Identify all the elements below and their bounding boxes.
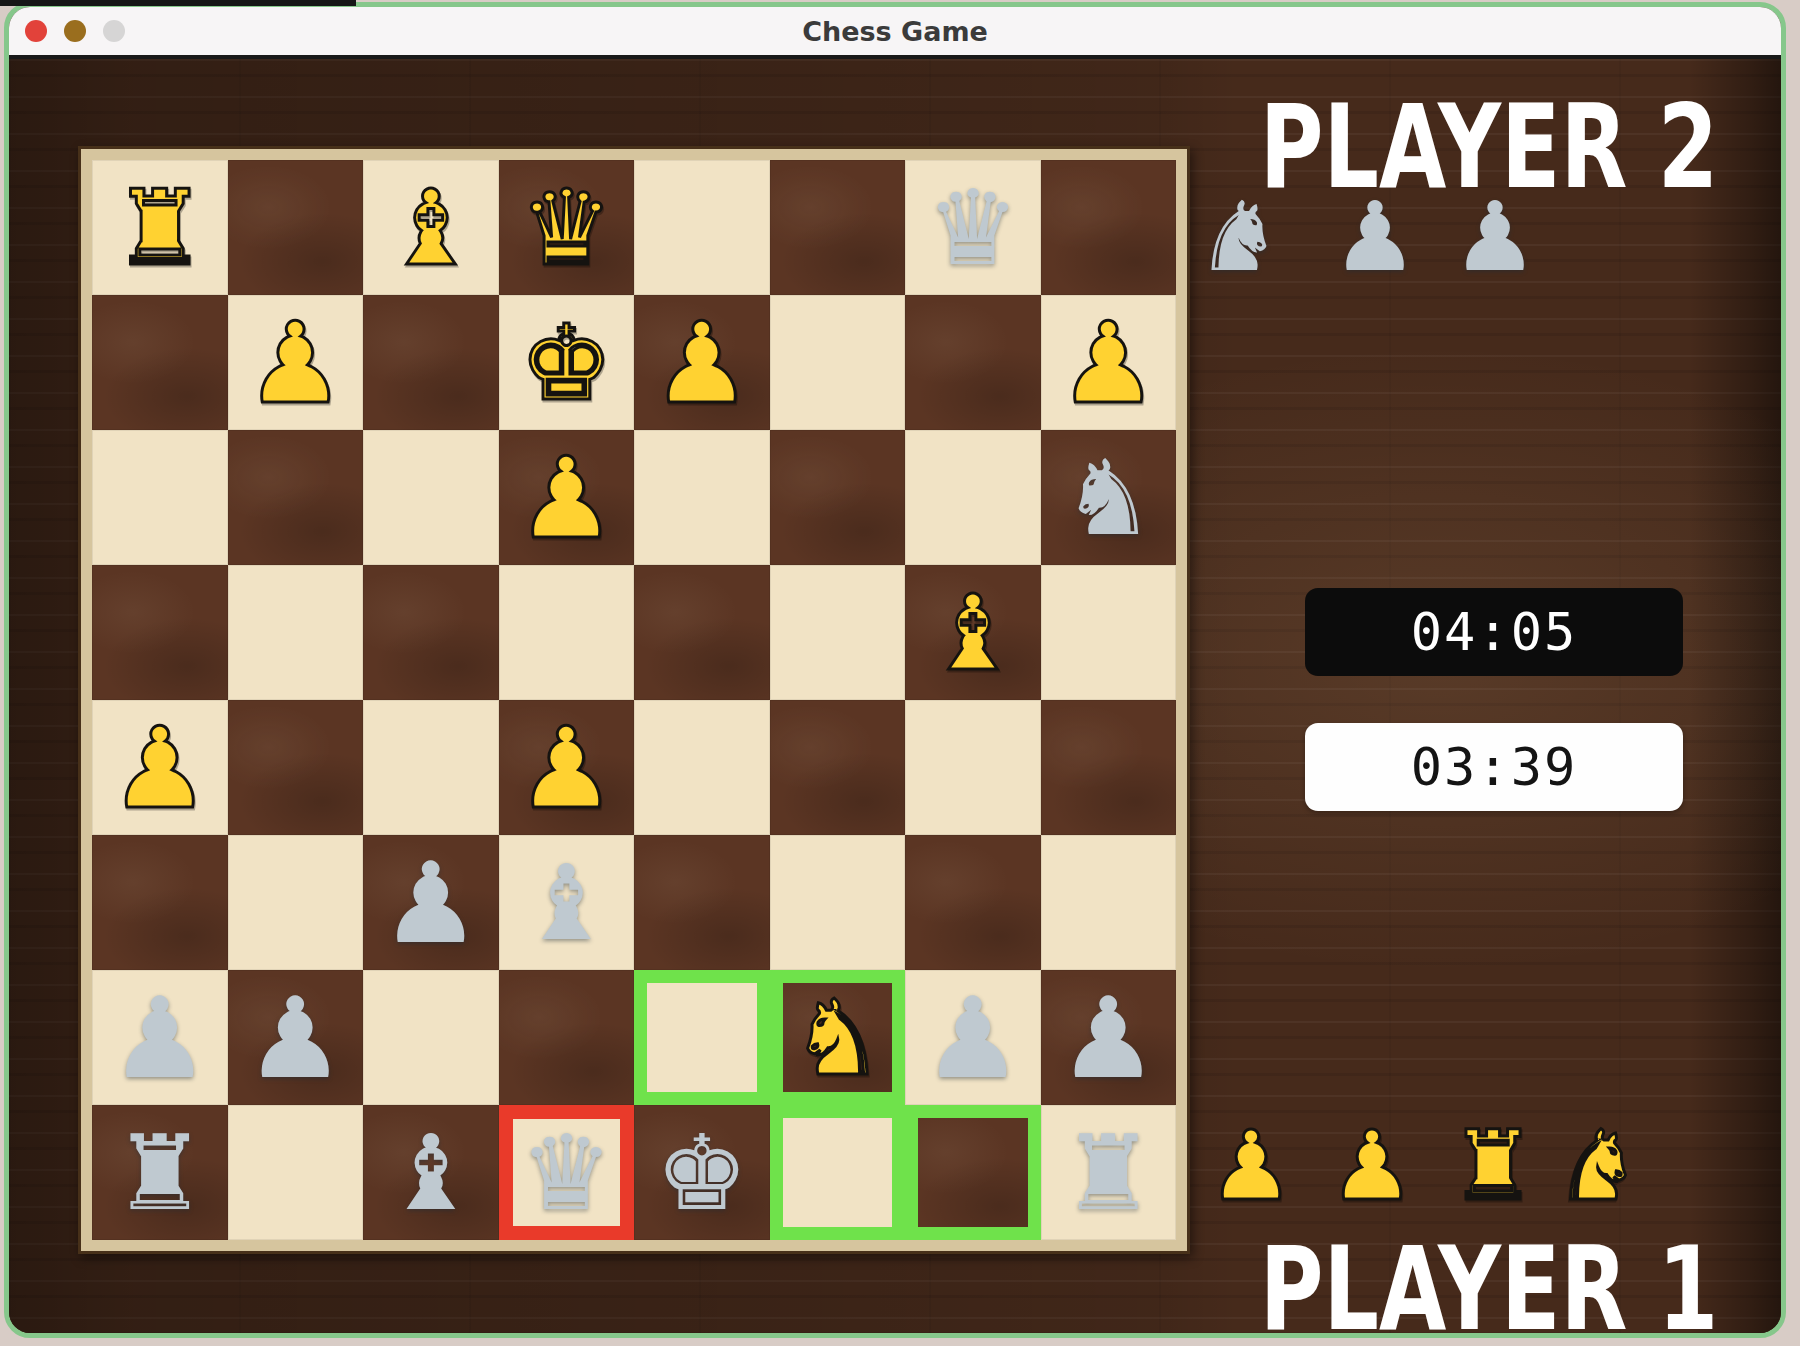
square-g7[interactable] <box>905 295 1041 430</box>
piece-yellow-bishop-g5[interactable]: ♝ <box>926 581 1019 685</box>
square-g4[interactable] <box>905 700 1041 835</box>
player1-clock: 03:39 <box>1305 723 1683 811</box>
piece-yellow-pawn-b7[interactable]: ♟︎ <box>245 307 345 419</box>
piece-gray-pawn-b2[interactable]: ♟︎ <box>245 982 345 1094</box>
square-c8[interactable]: ♝ <box>363 160 499 295</box>
square-f5[interactable] <box>770 565 906 700</box>
traffic-light-buttons <box>25 20 125 42</box>
player1-label: PLAYER 1 <box>1234 1231 1744 1338</box>
captured-yellow-rook: ♜ <box>1450 1118 1520 1214</box>
square-g5[interactable]: ♝ <box>905 565 1041 700</box>
piece-gray-queen-d1[interactable]: ♛ <box>520 1121 613 1225</box>
player1-clock-time: 03:39 <box>1411 737 1578 797</box>
square-h5[interactable] <box>1041 565 1177 700</box>
square-b1[interactable] <box>228 1105 364 1240</box>
square-d3[interactable]: ♝ <box>499 835 635 970</box>
game-area: ♜♝♛♛♟︎♚♟︎♟︎♟︎♞♝♟︎♟︎♟︎♝♟︎♟︎♞♟︎♟︎♜♝♛♚♜ PLA… <box>9 59 1781 1338</box>
square-e1[interactable]: ♚ <box>634 1105 770 1240</box>
square-c3[interactable]: ♟︎ <box>363 835 499 970</box>
piece-yellow-pawn-d4[interactable]: ♟︎ <box>516 712 616 824</box>
square-f6[interactable] <box>770 430 906 565</box>
square-g8[interactable]: ♛ <box>905 160 1041 295</box>
piece-gray-knight-h6[interactable]: ♞ <box>1062 446 1155 550</box>
square-h1[interactable]: ♜ <box>1041 1105 1177 1240</box>
square-h2[interactable]: ♟︎ <box>1041 970 1177 1105</box>
captured-gray-pawn: ♟︎ <box>1452 189 1522 285</box>
piece-gray-pawn-a2[interactable]: ♟︎ <box>110 982 210 1094</box>
square-d4[interactable]: ♟︎ <box>499 700 635 835</box>
square-c7[interactable] <box>363 295 499 430</box>
square-h6[interactable]: ♞ <box>1041 430 1177 565</box>
square-f3[interactable] <box>770 835 906 970</box>
piece-yellow-king-d7[interactable]: ♚ <box>520 311 613 415</box>
square-d6[interactable]: ♟︎ <box>499 430 635 565</box>
player2-clock-time: 04:05 <box>1411 602 1578 662</box>
square-h7[interactable]: ♟︎ <box>1041 295 1177 430</box>
piece-yellow-pawn-a4[interactable]: ♟︎ <box>110 712 210 824</box>
square-e8[interactable] <box>634 160 770 295</box>
square-g1[interactable] <box>905 1105 1041 1240</box>
square-f1[interactable] <box>770 1105 906 1240</box>
square-g6[interactable] <box>905 430 1041 565</box>
square-d7[interactable]: ♚ <box>499 295 635 430</box>
captured-yellow-knight: ♞ <box>1571 1118 1641 1214</box>
captured-pieces-player2: ♞♟︎♟︎ <box>1212 189 1522 285</box>
square-c6[interactable] <box>363 430 499 565</box>
square-e2[interactable] <box>634 970 770 1105</box>
player2-clock: 04:05 <box>1305 588 1683 676</box>
square-b5[interactable] <box>228 565 364 700</box>
piece-yellow-pawn-h7[interactable]: ♟︎ <box>1058 307 1158 419</box>
window-title: Chess Game <box>9 16 1781 47</box>
square-a1[interactable]: ♜ <box>92 1105 228 1240</box>
chess-game-window: Chess Game ♜♝♛♛♟︎♚♟︎♟︎♟︎♞♝♟︎♟︎♟︎♝♟︎♟︎♞♟︎… <box>4 2 1786 1338</box>
square-c2[interactable] <box>363 970 499 1105</box>
piece-gray-bishop-d3[interactable]: ♝ <box>520 851 613 955</box>
square-c1[interactable]: ♝ <box>363 1105 499 1240</box>
square-a6[interactable] <box>92 430 228 565</box>
square-d5[interactable] <box>499 565 635 700</box>
piece-gray-pawn-c3[interactable]: ♟︎ <box>381 847 481 959</box>
zoom-button[interactable] <box>103 20 125 42</box>
captured-yellow-pawn: ♟︎ <box>1329 1118 1399 1214</box>
square-a3[interactable] <box>92 835 228 970</box>
square-d1[interactable]: ♛ <box>499 1105 635 1240</box>
minimize-button[interactable] <box>64 20 86 42</box>
piece-yellow-bishop-c8[interactable]: ♝ <box>384 176 477 280</box>
piece-gray-bishop-c1[interactable]: ♝ <box>384 1121 477 1225</box>
square-b2[interactable]: ♟︎ <box>228 970 364 1105</box>
captured-pieces-player1: ♟︎♟︎♜♞ <box>1208 1118 1641 1214</box>
square-c5[interactable] <box>363 565 499 700</box>
square-g3[interactable] <box>905 835 1041 970</box>
square-a2[interactable]: ♟︎ <box>92 970 228 1105</box>
square-a7[interactable] <box>92 295 228 430</box>
captured-yellow-pawn: ♟︎ <box>1208 1118 1278 1214</box>
piece-gray-rook-a1[interactable]: ♜ <box>113 1121 206 1225</box>
square-e3[interactable] <box>634 835 770 970</box>
square-b6[interactable] <box>228 430 364 565</box>
square-f8[interactable] <box>770 160 906 295</box>
square-b3[interactable] <box>228 835 364 970</box>
piece-gray-queen-g8[interactable]: ♛ <box>926 176 1019 280</box>
square-b4[interactable] <box>228 700 364 835</box>
square-f7[interactable] <box>770 295 906 430</box>
close-button[interactable] <box>25 20 47 42</box>
square-a8[interactable]: ♜ <box>92 160 228 295</box>
square-a4[interactable]: ♟︎ <box>92 700 228 835</box>
square-h3[interactable] <box>1041 835 1177 970</box>
square-e7[interactable]: ♟︎ <box>634 295 770 430</box>
square-e5[interactable] <box>634 565 770 700</box>
piece-yellow-pawn-e7[interactable]: ♟︎ <box>652 307 752 419</box>
piece-yellow-rook-a8[interactable]: ♜ <box>113 176 206 280</box>
square-b7[interactable]: ♟︎ <box>228 295 364 430</box>
square-d8[interactable]: ♛ <box>499 160 635 295</box>
square-h8[interactable] <box>1041 160 1177 295</box>
square-d2[interactable] <box>499 970 635 1105</box>
square-f4[interactable] <box>770 700 906 835</box>
screen-edge-strip <box>0 0 356 6</box>
square-c4[interactable] <box>363 700 499 835</box>
piece-gray-rook-h1[interactable]: ♜ <box>1062 1121 1155 1225</box>
title-bar: Chess Game <box>9 7 1781 55</box>
square-a5[interactable] <box>92 565 228 700</box>
square-e6[interactable] <box>634 430 770 565</box>
piece-gray-king-e1[interactable]: ♚ <box>655 1121 748 1225</box>
square-b8[interactable] <box>228 160 364 295</box>
piece-yellow-knight-f2[interactable]: ♞ <box>791 986 884 1090</box>
chess-board[interactable]: ♜♝♛♛♟︎♚♟︎♟︎♟︎♞♝♟︎♟︎♟︎♝♟︎♟︎♞♟︎♟︎♜♝♛♚♜ <box>92 160 1176 1240</box>
captured-gray-pawn: ♟︎ <box>1332 189 1402 285</box>
piece-gray-pawn-h2[interactable]: ♟︎ <box>1058 982 1158 1094</box>
captured-gray-knight: ♞ <box>1212 189 1282 285</box>
piece-yellow-queen-d8[interactable]: ♛ <box>520 176 613 280</box>
piece-yellow-pawn-d6[interactable]: ♟︎ <box>516 442 616 554</box>
piece-gray-pawn-g2[interactable]: ♟︎ <box>923 982 1023 1094</box>
square-f2[interactable]: ♞ <box>770 970 906 1105</box>
square-h4[interactable] <box>1041 700 1177 835</box>
square-g2[interactable]: ♟︎ <box>905 970 1041 1105</box>
square-e4[interactable] <box>634 700 770 835</box>
